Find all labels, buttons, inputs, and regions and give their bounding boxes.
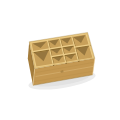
bamboo-box-illustration: [0, 0, 120, 120]
product-photo: [0, 0, 120, 120]
